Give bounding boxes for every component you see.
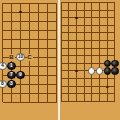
move-number: 1 — [10, 63, 13, 68]
white-stone — [88, 67, 95, 74]
star-point — [19, 11, 21, 13]
white-stone-10: 10 — [16, 53, 25, 62]
black-stone-1: 1 — [7, 62, 16, 71]
move-number: 9 — [19, 72, 22, 77]
move-number: 4 — [1, 63, 4, 68]
black-stone — [111, 60, 118, 67]
white-stone-4: 4 — [0, 62, 7, 71]
point-label-c: C — [27, 54, 33, 61]
star-point — [75, 70, 77, 72]
move-number: 7 — [10, 72, 13, 77]
right-diagram[interactable]: ▲ — [60, 0, 120, 120]
star-point — [75, 17, 77, 19]
black-stone — [104, 67, 111, 74]
triangle-marker: ▲ — [105, 84, 110, 89]
white-stone-8: 8 — [0, 80, 7, 89]
move-number: 3 — [10, 81, 13, 86]
black-stone-3: 3 — [7, 80, 16, 89]
black-stone — [111, 67, 118, 74]
move-number: 10 — [18, 55, 23, 60]
white-stone — [96, 67, 103, 74]
left-diagram[interactable]: BC10417983 — [0, 0, 58, 120]
black-stone-7: 7 — [7, 71, 16, 80]
point-label-b: B — [9, 54, 15, 61]
move-number: 8 — [1, 81, 4, 86]
black-stone-9: 9 — [16, 71, 25, 80]
black-stone — [104, 60, 111, 67]
go-diagrams-page: { "game": "go", "description": "Two smal… — [0, 0, 120, 120]
